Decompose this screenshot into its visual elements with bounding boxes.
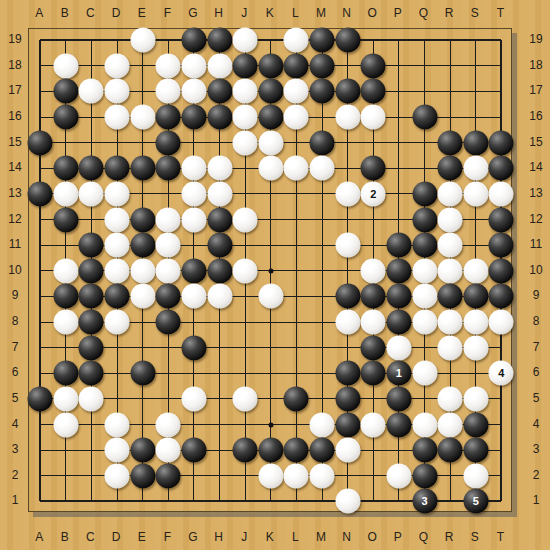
white-stone-M14[interactable] <box>310 156 335 181</box>
coord-label-row-6-right: 6 <box>533 365 540 379</box>
white-stone-B5[interactable] <box>53 386 78 411</box>
white-stone-K14[interactable] <box>258 156 283 181</box>
black-stone-E3[interactable] <box>130 438 155 463</box>
white-stone-Q4[interactable] <box>412 412 437 437</box>
white-stone-D8[interactable] <box>105 310 130 335</box>
black-stone-A5[interactable] <box>28 386 53 411</box>
black-stone-Q12[interactable] <box>412 207 437 232</box>
black-stone-E2[interactable] <box>130 463 155 488</box>
coord-label-col-J-top: J <box>241 6 247 20</box>
coord-label-row-17-right: 17 <box>529 83 542 97</box>
coord-label-col-P-top: P <box>394 6 402 20</box>
coord-label-col-A-top: A <box>35 6 43 20</box>
coord-label-row-4-right: 4 <box>533 417 540 431</box>
coord-label-row-10-right: 10 <box>529 263 542 277</box>
white-stone-S8[interactable] <box>463 310 488 335</box>
black-stone-L5[interactable] <box>284 386 309 411</box>
white-stone-G9[interactable] <box>181 284 206 309</box>
white-stone-M2[interactable] <box>310 463 335 488</box>
black-stone-M18[interactable] <box>310 53 335 78</box>
coord-label-col-A-bottom: A <box>35 530 43 544</box>
black-stone-P10[interactable] <box>386 258 411 283</box>
black-stone-E11[interactable] <box>130 233 155 258</box>
coord-label-row-12-left: 12 <box>8 212 21 226</box>
coord-label-col-H-bottom: H <box>214 530 223 544</box>
coord-label-row-4-left: 4 <box>12 417 19 431</box>
hoshi-point-K4 <box>268 422 273 427</box>
coord-label-row-14-right: 14 <box>529 160 542 174</box>
coord-label-col-M-bottom: M <box>316 530 326 544</box>
white-stone-B18[interactable] <box>53 53 78 78</box>
white-stone-T8[interactable] <box>489 310 514 335</box>
black-stone-O17[interactable] <box>361 79 386 104</box>
coord-label-row-6-left: 6 <box>12 365 19 379</box>
white-stone-M4[interactable] <box>310 412 335 437</box>
black-stone-T14[interactable] <box>489 156 514 181</box>
white-stone-S14[interactable] <box>463 156 488 181</box>
coord-label-col-L-top: L <box>292 6 299 20</box>
white-stone-K15[interactable] <box>258 130 283 155</box>
black-stone-G3[interactable] <box>181 438 206 463</box>
white-stone-E10[interactable] <box>130 258 155 283</box>
white-stone-J17[interactable] <box>233 79 258 104</box>
black-stone-move-3[interactable]: 3 <box>412 489 437 514</box>
coord-label-row-9-right: 9 <box>533 288 540 302</box>
coord-label-col-H-top: H <box>214 6 223 20</box>
white-stone-Q6[interactable] <box>412 361 437 386</box>
black-stone-O6[interactable] <box>361 361 386 386</box>
coord-label-row-12-right: 12 <box>529 212 542 226</box>
white-stone-D12[interactable] <box>105 207 130 232</box>
black-stone-T15[interactable] <box>489 130 514 155</box>
black-stone-P5[interactable] <box>386 386 411 411</box>
black-stone-J18[interactable] <box>233 53 258 78</box>
white-stone-R13[interactable] <box>438 181 463 206</box>
black-stone-T10[interactable] <box>489 258 514 283</box>
black-stone-P8[interactable] <box>386 310 411 335</box>
coord-label-col-R-top: R <box>445 6 454 20</box>
black-stone-G7[interactable] <box>181 335 206 360</box>
coord-label-row-19-right: 19 <box>529 32 542 46</box>
coord-label-col-C-bottom: C <box>86 530 95 544</box>
white-stone-H13[interactable] <box>207 181 232 206</box>
white-stone-F3[interactable] <box>156 438 181 463</box>
black-stone-O9[interactable] <box>361 284 386 309</box>
coord-label-col-M-top: M <box>316 6 326 20</box>
black-stone-N5[interactable] <box>335 386 360 411</box>
black-stone-L3[interactable] <box>284 438 309 463</box>
black-stone-B17[interactable] <box>53 79 78 104</box>
black-stone-F2[interactable] <box>156 463 181 488</box>
white-stone-L2[interactable] <box>284 463 309 488</box>
white-stone-C13[interactable] <box>79 181 104 206</box>
white-stone-G18[interactable] <box>181 53 206 78</box>
black-stone-Q2[interactable] <box>412 463 437 488</box>
white-stone-N16[interactable] <box>335 105 360 130</box>
coord-label-col-N-bottom: N <box>342 530 351 544</box>
white-stone-G5[interactable] <box>181 386 206 411</box>
coord-label-row-11-right: 11 <box>530 237 542 251</box>
white-stone-S10[interactable] <box>463 258 488 283</box>
black-stone-S9[interactable] <box>463 284 488 309</box>
white-stone-L19[interactable] <box>284 28 309 53</box>
black-stone-B16[interactable] <box>53 105 78 130</box>
white-stone-G17[interactable] <box>181 79 206 104</box>
grid-hline <box>40 347 501 348</box>
black-stone-L18[interactable] <box>284 53 309 78</box>
white-stone-S7[interactable] <box>463 335 488 360</box>
black-stone-H10[interactable] <box>207 258 232 283</box>
white-stone-R7[interactable] <box>438 335 463 360</box>
white-stone-R10[interactable] <box>438 258 463 283</box>
white-stone-F18[interactable] <box>156 53 181 78</box>
black-stone-E14[interactable] <box>130 156 155 181</box>
black-stone-S15[interactable] <box>463 130 488 155</box>
white-stone-N11[interactable] <box>335 233 360 258</box>
black-stone-R15[interactable] <box>438 130 463 155</box>
black-stone-C7[interactable] <box>79 335 104 360</box>
white-stone-N8[interactable] <box>335 310 360 335</box>
black-stone-M17[interactable] <box>310 79 335 104</box>
black-stone-Q16[interactable] <box>412 105 437 130</box>
black-stone-C6[interactable] <box>79 361 104 386</box>
coord-label-row-18-right: 18 <box>529 58 542 72</box>
white-stone-L14[interactable] <box>284 156 309 181</box>
black-stone-D9[interactable] <box>105 284 130 309</box>
black-stone-K16[interactable] <box>258 105 283 130</box>
coord-label-row-16-right: 16 <box>529 109 542 123</box>
coord-label-row-2-left: 2 <box>12 468 19 482</box>
white-stone-S13[interactable] <box>463 181 488 206</box>
coord-label-row-3-left: 3 <box>12 442 19 456</box>
black-stone-F16[interactable] <box>156 105 181 130</box>
black-stone-D14[interactable] <box>105 156 130 181</box>
white-stone-G13[interactable] <box>181 181 206 206</box>
white-stone-C5[interactable] <box>79 386 104 411</box>
coord-label-row-8-right: 8 <box>533 314 540 328</box>
white-stone-D3[interactable] <box>105 438 130 463</box>
coord-label-col-G-top: G <box>188 6 197 20</box>
black-stone-H17[interactable] <box>207 79 232 104</box>
black-stone-H12[interactable] <box>207 207 232 232</box>
coord-label-col-O-bottom: O <box>368 530 377 544</box>
black-stone-G10[interactable] <box>181 258 206 283</box>
white-stone-D13[interactable] <box>105 181 130 206</box>
black-stone-E12[interactable] <box>130 207 155 232</box>
coord-label-col-P-bottom: P <box>394 530 402 544</box>
coord-label-col-S-top: S <box>471 6 479 20</box>
white-stone-E16[interactable] <box>130 105 155 130</box>
black-stone-Q13[interactable] <box>412 181 437 206</box>
black-stone-F15[interactable] <box>156 130 181 155</box>
white-stone-Q10[interactable] <box>412 258 437 283</box>
black-stone-H11[interactable] <box>207 233 232 258</box>
white-stone-F10[interactable] <box>156 258 181 283</box>
coord-label-col-T-bottom: T <box>497 530 504 544</box>
black-stone-R9[interactable] <box>438 284 463 309</box>
white-stone-O10[interactable] <box>361 258 386 283</box>
go-board-screenshot: 21435 AABBCCDDEEFFGGHHJJKKLLMMNNOOPPQQRR… <box>0 0 550 550</box>
black-stone-K3[interactable] <box>258 438 283 463</box>
white-stone-Q8[interactable] <box>412 310 437 335</box>
white-stone-G12[interactable] <box>181 207 206 232</box>
coord-label-row-13-right: 13 <box>529 186 542 200</box>
black-stone-Q11[interactable] <box>412 233 437 258</box>
white-stone-F11[interactable] <box>156 233 181 258</box>
coord-label-row-5-right: 5 <box>533 391 540 405</box>
white-stone-move-2[interactable]: 2 <box>361 181 386 206</box>
black-stone-S4[interactable] <box>463 412 488 437</box>
white-stone-D17[interactable] <box>105 79 130 104</box>
black-stone-K17[interactable] <box>258 79 283 104</box>
white-stone-C17[interactable] <box>79 79 104 104</box>
white-stone-D18[interactable] <box>105 53 130 78</box>
black-stone-C9[interactable] <box>79 284 104 309</box>
white-stone-T13[interactable] <box>489 181 514 206</box>
coord-label-col-S-bottom: S <box>471 530 479 544</box>
black-stone-R14[interactable] <box>438 156 463 181</box>
black-stone-T9[interactable] <box>489 284 514 309</box>
white-stone-N13[interactable] <box>335 181 360 206</box>
black-stone-N9[interactable] <box>335 284 360 309</box>
white-stone-O8[interactable] <box>361 310 386 335</box>
black-stone-C8[interactable] <box>79 310 104 335</box>
black-stone-H16[interactable] <box>207 105 232 130</box>
black-stone-H19[interactable] <box>207 28 232 53</box>
black-stone-M3[interactable] <box>310 438 335 463</box>
coord-label-row-16-left: 16 <box>8 109 21 123</box>
coord-label-col-B-bottom: B <box>61 530 69 544</box>
black-stone-K18[interactable] <box>258 53 283 78</box>
white-stone-J15[interactable] <box>233 130 258 155</box>
coord-label-row-5-left: 5 <box>12 391 19 405</box>
white-stone-H9[interactable] <box>207 284 232 309</box>
white-stone-J5[interactable] <box>233 386 258 411</box>
white-stone-B8[interactable] <box>53 310 78 335</box>
black-stone-move-1[interactable]: 1 <box>386 361 411 386</box>
coord-label-row-9-left: 9 <box>12 288 19 302</box>
black-stone-G19[interactable] <box>181 28 206 53</box>
coord-label-col-G-bottom: G <box>188 530 197 544</box>
coord-label-col-B-top: B <box>61 6 69 20</box>
white-stone-D2[interactable] <box>105 463 130 488</box>
go-board[interactable]: 21435 <box>28 28 512 512</box>
white-stone-move-4[interactable]: 4 <box>489 361 514 386</box>
white-stone-P2[interactable] <box>386 463 411 488</box>
white-stone-P7[interactable] <box>386 335 411 360</box>
black-stone-Q3[interactable] <box>412 438 437 463</box>
white-stone-E19[interactable] <box>130 28 155 53</box>
black-stone-F8[interactable] <box>156 310 181 335</box>
black-stone-A15[interactable] <box>28 130 53 155</box>
coord-label-col-Q-bottom: Q <box>419 530 428 544</box>
white-stone-J12[interactable] <box>233 207 258 232</box>
white-stone-R5[interactable] <box>438 386 463 411</box>
coord-label-col-T-top: T <box>497 6 504 20</box>
white-stone-N1[interactable] <box>335 489 360 514</box>
black-stone-P9[interactable] <box>386 284 411 309</box>
white-stone-D11[interactable] <box>105 233 130 258</box>
coord-label-col-C-top: C <box>86 6 95 20</box>
white-stone-B13[interactable] <box>53 181 78 206</box>
white-stone-D10[interactable] <box>105 258 130 283</box>
white-stone-H14[interactable] <box>207 156 232 181</box>
white-stone-F12[interactable] <box>156 207 181 232</box>
coord-label-row-3-right: 3 <box>533 442 540 456</box>
black-stone-T11[interactable] <box>489 233 514 258</box>
coord-label-col-D-top: D <box>112 6 121 20</box>
coord-label-col-E-bottom: E <box>138 530 146 544</box>
black-stone-N17[interactable] <box>335 79 360 104</box>
coord-label-col-F-bottom: F <box>164 530 171 544</box>
coord-label-row-15-right: 15 <box>529 135 542 149</box>
coord-label-col-R-bottom: R <box>445 530 454 544</box>
coord-label-row-17-left: 17 <box>8 83 21 97</box>
white-stone-N3[interactable] <box>335 438 360 463</box>
black-stone-C10[interactable] <box>79 258 104 283</box>
white-stone-L16[interactable] <box>284 105 309 130</box>
black-stone-N4[interactable] <box>335 412 360 437</box>
black-stone-B9[interactable] <box>53 284 78 309</box>
black-stone-T12[interactable] <box>489 207 514 232</box>
white-stone-Q9[interactable] <box>412 284 437 309</box>
black-stone-A13[interactable] <box>28 181 53 206</box>
black-stone-N19[interactable] <box>335 28 360 53</box>
coord-label-row-14-left: 14 <box>8 160 21 174</box>
black-stone-P11[interactable] <box>386 233 411 258</box>
coord-label-row-10-left: 10 <box>8 263 21 277</box>
black-stone-C11[interactable] <box>79 233 104 258</box>
white-stone-R4[interactable] <box>438 412 463 437</box>
white-stone-L17[interactable] <box>284 79 309 104</box>
coord-label-col-F-top: F <box>164 6 171 20</box>
grid-hline <box>40 398 501 399</box>
black-stone-move-5[interactable]: 5 <box>463 489 488 514</box>
black-stone-M15[interactable] <box>310 130 335 155</box>
white-stone-K2[interactable] <box>258 463 283 488</box>
white-stone-F17[interactable] <box>156 79 181 104</box>
black-stone-M19[interactable] <box>310 28 335 53</box>
white-stone-D4[interactable] <box>105 412 130 437</box>
black-stone-J3[interactable] <box>233 438 258 463</box>
black-stone-G16[interactable] <box>181 105 206 130</box>
coord-label-row-15-left: 15 <box>8 135 21 149</box>
coord-label-row-13-left: 13 <box>8 186 21 200</box>
coord-label-col-E-top: E <box>138 6 146 20</box>
coord-label-col-N-top: N <box>342 6 351 20</box>
coord-label-col-K-bottom: K <box>266 530 274 544</box>
white-stone-J16[interactable] <box>233 105 258 130</box>
white-stone-O16[interactable] <box>361 105 386 130</box>
coord-label-col-Q-top: Q <box>419 6 428 20</box>
black-stone-O18[interactable] <box>361 53 386 78</box>
black-stone-B12[interactable] <box>53 207 78 232</box>
white-stone-R8[interactable] <box>438 310 463 335</box>
black-stone-B14[interactable] <box>53 156 78 181</box>
black-stone-O7[interactable] <box>361 335 386 360</box>
black-stone-O14[interactable] <box>361 156 386 181</box>
white-stone-B4[interactable] <box>53 412 78 437</box>
coord-label-col-D-bottom: D <box>112 530 121 544</box>
white-stone-J10[interactable] <box>233 258 258 283</box>
coord-label-col-J-bottom: J <box>241 530 247 544</box>
coord-label-row-2-right: 2 <box>533 468 540 482</box>
coord-label-col-K-top: K <box>266 6 274 20</box>
coord-label-row-7-right: 7 <box>533 340 540 354</box>
black-stone-C14[interactable] <box>79 156 104 181</box>
black-stone-E6[interactable] <box>130 361 155 386</box>
black-stone-F9[interactable] <box>156 284 181 309</box>
white-stone-J19[interactable] <box>233 28 258 53</box>
black-stone-N6[interactable] <box>335 361 360 386</box>
white-stone-E9[interactable] <box>130 284 155 309</box>
coord-label-row-11-left: 11 <box>9 237 21 251</box>
white-stone-S5[interactable] <box>463 386 488 411</box>
white-stone-R11[interactable] <box>438 233 463 258</box>
white-stone-B10[interactable] <box>53 258 78 283</box>
coord-label-col-L-bottom: L <box>292 530 299 544</box>
black-stone-F14[interactable] <box>156 156 181 181</box>
white-stone-O4[interactable] <box>361 412 386 437</box>
black-stone-B6[interactable] <box>53 361 78 386</box>
black-stone-S3[interactable] <box>463 438 488 463</box>
coord-label-row-18-left: 18 <box>8 58 21 72</box>
coord-label-row-1-right: 1 <box>533 493 540 507</box>
white-stone-S2[interactable] <box>463 463 488 488</box>
hoshi-point-K10 <box>268 268 273 273</box>
coord-label-row-19-left: 19 <box>8 32 21 46</box>
white-stone-F4[interactable] <box>156 412 181 437</box>
coord-label-row-1-left: 1 <box>12 493 19 507</box>
white-stone-R12[interactable] <box>438 207 463 232</box>
white-stone-D16[interactable] <box>105 105 130 130</box>
white-stone-H18[interactable] <box>207 53 232 78</box>
white-stone-G14[interactable] <box>181 156 206 181</box>
black-stone-R3[interactable] <box>438 438 463 463</box>
black-stone-P4[interactable] <box>386 412 411 437</box>
white-stone-K9[interactable] <box>258 284 283 309</box>
coord-label-row-8-left: 8 <box>12 314 19 328</box>
coord-label-row-7-left: 7 <box>12 340 19 354</box>
coord-label-col-O-top: O <box>368 6 377 20</box>
